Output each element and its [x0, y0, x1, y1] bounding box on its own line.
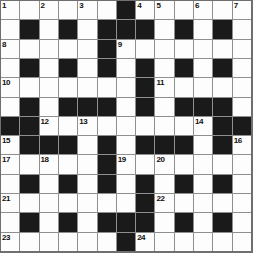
black-cell — [136, 213, 154, 231]
black-cell — [59, 136, 77, 154]
white-cell[interactable]: 15 — [1, 136, 19, 154]
black-cell — [136, 20, 154, 38]
white-cell[interactable] — [213, 1, 231, 19]
white-cell[interactable] — [194, 213, 212, 231]
white-cell[interactable]: 5 — [155, 1, 173, 19]
black-cell — [213, 20, 231, 38]
white-cell[interactable] — [233, 40, 251, 58]
white-cell[interactable]: 12 — [40, 117, 58, 135]
white-cell[interactable] — [59, 194, 77, 212]
black-cell — [136, 175, 154, 193]
black-cell — [136, 136, 154, 154]
white-cell[interactable] — [175, 155, 193, 173]
black-cell — [213, 117, 231, 135]
white-cell[interactable] — [155, 117, 173, 135]
black-cell — [175, 136, 193, 154]
white-cell[interactable]: 3 — [78, 1, 96, 19]
white-cell[interactable] — [98, 1, 116, 19]
clue-number: 11 — [156, 78, 163, 87]
white-cell[interactable] — [40, 78, 58, 96]
black-cell — [175, 213, 193, 231]
white-cell[interactable] — [175, 194, 193, 212]
black-cell — [59, 213, 77, 231]
clue-number: 10 — [2, 78, 10, 87]
black-cell — [98, 136, 116, 154]
white-cell[interactable]: 4 — [136, 1, 154, 19]
black-cell — [136, 98, 154, 116]
clue-number: 16 — [234, 136, 242, 145]
white-cell[interactable] — [233, 78, 251, 96]
white-cell[interactable] — [213, 233, 231, 251]
white-cell[interactable]: 16 — [233, 136, 251, 154]
white-cell[interactable] — [213, 78, 231, 96]
black-cell — [78, 98, 96, 116]
white-cell[interactable] — [175, 117, 193, 135]
white-cell[interactable] — [40, 213, 58, 231]
white-cell[interactable] — [155, 98, 173, 116]
white-cell[interactable] — [40, 233, 58, 251]
white-cell[interactable] — [175, 1, 193, 19]
black-cell — [155, 136, 173, 154]
black-cell — [136, 78, 154, 96]
white-cell[interactable] — [20, 40, 38, 58]
white-cell[interactable]: 6 — [194, 1, 212, 19]
clue-number: 13 — [79, 117, 87, 126]
white-cell[interactable] — [136, 155, 154, 173]
white-cell[interactable] — [78, 59, 96, 77]
clue-number: 7 — [234, 1, 238, 10]
black-cell — [40, 136, 58, 154]
white-cell[interactable] — [194, 175, 212, 193]
white-cell[interactable]: 24 — [136, 233, 154, 251]
black-cell — [20, 59, 38, 77]
white-cell[interactable]: 23 — [1, 233, 19, 251]
clue-number: 1 — [2, 1, 6, 10]
white-cell[interactable] — [213, 155, 231, 173]
white-cell[interactable] — [40, 40, 58, 58]
white-cell[interactable] — [136, 117, 154, 135]
black-cell — [20, 175, 38, 193]
white-cell[interactable] — [117, 194, 135, 212]
white-cell[interactable] — [59, 155, 77, 173]
white-cell[interactable] — [59, 78, 77, 96]
white-cell[interactable] — [233, 59, 251, 77]
white-cell[interactable] — [194, 59, 212, 77]
white-cell[interactable] — [233, 233, 251, 251]
clue-number: 20 — [156, 155, 164, 164]
clue-number: 19 — [118, 155, 126, 164]
crossword-grid: 123456789101112131415161718192021222324 — [0, 0, 253, 253]
white-cell[interactable] — [40, 20, 58, 38]
clue-number: 5 — [156, 1, 160, 10]
white-cell[interactable] — [155, 175, 173, 193]
clue-number: 9 — [118, 40, 122, 49]
clue-number: 15 — [2, 136, 10, 145]
white-cell[interactable] — [155, 233, 173, 251]
clue-number: 8 — [2, 40, 6, 49]
white-cell[interactable]: 1 — [1, 1, 19, 19]
white-cell[interactable] — [98, 117, 116, 135]
white-cell[interactable] — [194, 78, 212, 96]
black-cell — [1, 117, 19, 135]
white-cell[interactable]: 10 — [1, 78, 19, 96]
white-cell[interactable] — [117, 78, 135, 96]
white-cell[interactable] — [78, 40, 96, 58]
white-cell[interactable] — [194, 233, 212, 251]
clue-number: 18 — [41, 155, 49, 164]
white-cell[interactable] — [20, 1, 38, 19]
white-cell[interactable] — [20, 194, 38, 212]
black-cell — [117, 233, 135, 251]
black-cell — [98, 155, 116, 173]
clue-number: 12 — [41, 117, 49, 126]
white-cell[interactable]: 2 — [40, 1, 58, 19]
white-cell[interactable] — [20, 155, 38, 173]
white-cell[interactable]: 22 — [155, 194, 173, 212]
black-cell — [117, 20, 135, 38]
black-cell — [175, 98, 193, 116]
clue-number: 14 — [195, 117, 203, 126]
white-cell[interactable] — [78, 213, 96, 231]
white-cell[interactable] — [175, 78, 193, 96]
white-cell[interactable] — [78, 175, 96, 193]
white-cell[interactable] — [1, 59, 19, 77]
clue-number: 17 — [2, 155, 10, 164]
white-cell[interactable] — [155, 213, 173, 231]
white-cell[interactable] — [59, 1, 77, 19]
white-cell[interactable] — [213, 40, 231, 58]
white-cell[interactable]: 17 — [1, 155, 19, 173]
white-cell[interactable] — [233, 155, 251, 173]
white-cell[interactable] — [233, 175, 251, 193]
white-cell[interactable] — [213, 194, 231, 212]
white-cell[interactable]: 13 — [78, 117, 96, 135]
black-cell — [98, 98, 116, 116]
white-cell[interactable] — [98, 233, 116, 251]
black-cell — [175, 175, 193, 193]
white-cell[interactable] — [40, 98, 58, 116]
white-cell[interactable] — [175, 233, 193, 251]
white-cell[interactable] — [40, 175, 58, 193]
white-cell[interactable] — [1, 213, 19, 231]
white-cell[interactable] — [155, 59, 173, 77]
white-cell[interactable] — [59, 40, 77, 58]
white-cell[interactable] — [78, 78, 96, 96]
black-cell — [20, 117, 38, 135]
black-cell — [213, 175, 231, 193]
black-cell — [213, 213, 231, 231]
clue-number: 3 — [79, 1, 83, 10]
black-cell — [98, 213, 116, 231]
white-cell[interactable] — [59, 233, 77, 251]
black-cell — [117, 1, 135, 19]
black-cell — [175, 20, 193, 38]
white-cell[interactable] — [175, 40, 193, 58]
white-cell[interactable] — [40, 194, 58, 212]
white-cell[interactable] — [194, 136, 212, 154]
white-cell[interactable]: 18 — [40, 155, 58, 173]
white-cell[interactable] — [233, 213, 251, 231]
black-cell — [213, 136, 231, 154]
black-cell — [98, 59, 116, 77]
black-cell — [20, 213, 38, 231]
black-cell — [136, 194, 154, 212]
black-cell — [20, 20, 38, 38]
white-cell[interactable] — [155, 20, 173, 38]
white-cell[interactable] — [59, 117, 77, 135]
white-cell[interactable]: 11 — [155, 78, 173, 96]
white-cell[interactable]: 7 — [233, 1, 251, 19]
white-cell[interactable] — [155, 40, 173, 58]
white-cell[interactable] — [78, 155, 96, 173]
white-cell[interactable] — [194, 40, 212, 58]
white-cell[interactable] — [194, 194, 212, 212]
white-cell[interactable] — [20, 233, 38, 251]
white-cell[interactable] — [194, 20, 212, 38]
black-cell — [20, 136, 38, 154]
clue-number: 6 — [195, 1, 199, 10]
white-cell[interactable] — [233, 98, 251, 116]
white-cell[interactable] — [194, 155, 212, 173]
white-cell[interactable]: 8 — [1, 40, 19, 58]
clue-number: 22 — [156, 194, 164, 203]
white-cell[interactable] — [117, 117, 135, 135]
black-cell — [59, 175, 77, 193]
white-cell[interactable] — [117, 98, 135, 116]
white-cell[interactable] — [136, 40, 154, 58]
white-cell[interactable]: 9 — [117, 40, 135, 58]
white-cell[interactable]: 20 — [155, 155, 173, 173]
white-cell[interactable] — [78, 20, 96, 38]
white-cell[interactable] — [117, 136, 135, 154]
white-cell[interactable] — [1, 98, 19, 116]
white-cell[interactable]: 14 — [194, 117, 212, 135]
white-cell[interactable] — [117, 59, 135, 77]
black-cell — [233, 117, 251, 135]
clue-number: 4 — [137, 1, 141, 10]
white-cell[interactable]: 21 — [1, 194, 19, 212]
black-cell — [20, 98, 38, 116]
black-cell — [213, 98, 231, 116]
clue-number: 23 — [2, 233, 10, 242]
white-cell[interactable] — [78, 136, 96, 154]
white-cell[interactable] — [233, 194, 251, 212]
clue-number: 2 — [41, 1, 45, 10]
white-cell[interactable] — [78, 194, 96, 212]
white-cell[interactable] — [98, 194, 116, 212]
black-cell — [117, 213, 135, 231]
white-cell[interactable] — [40, 59, 58, 77]
white-cell[interactable] — [98, 78, 116, 96]
white-cell[interactable]: 19 — [117, 155, 135, 173]
black-cell — [59, 98, 77, 116]
black-cell — [194, 98, 212, 116]
black-cell — [98, 40, 116, 58]
white-cell[interactable] — [233, 20, 251, 38]
white-cell[interactable] — [78, 233, 96, 251]
white-cell[interactable] — [117, 175, 135, 193]
white-cell[interactable] — [1, 20, 19, 38]
clue-number: 21 — [2, 194, 10, 203]
black-cell — [98, 175, 116, 193]
black-cell — [136, 59, 154, 77]
clue-number: 24 — [137, 233, 145, 242]
black-cell — [213, 59, 231, 77]
white-cell[interactable] — [1, 175, 19, 193]
black-cell — [98, 20, 116, 38]
black-cell — [175, 59, 193, 77]
black-cell — [59, 59, 77, 77]
black-cell — [59, 20, 77, 38]
white-cell[interactable] — [20, 78, 38, 96]
